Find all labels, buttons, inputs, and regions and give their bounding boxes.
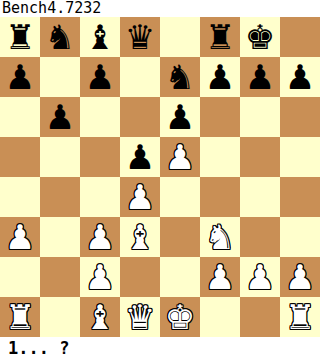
square-f6[interactable]: [200, 97, 240, 137]
square-e4[interactable]: [160, 177, 200, 217]
square-e6[interactable]: ♟: [160, 97, 200, 137]
square-c5[interactable]: [80, 137, 120, 177]
square-d7[interactable]: [120, 57, 160, 97]
square-f3[interactable]: ♞: [200, 217, 240, 257]
square-b7[interactable]: [40, 57, 80, 97]
square-b2[interactable]: [40, 257, 80, 297]
white-pawn: ♟: [125, 177, 155, 217]
square-c7[interactable]: ♟: [80, 57, 120, 97]
square-c2[interactable]: ♟: [80, 257, 120, 297]
square-c3[interactable]: ♟: [80, 217, 120, 257]
square-d1[interactable]: ♛: [120, 297, 160, 337]
square-a1[interactable]: ♜: [0, 297, 40, 337]
black-bishop: ♝: [85, 17, 115, 57]
move-prompt: 1... ?: [8, 338, 69, 358]
square-f8[interactable]: ♜: [200, 17, 240, 57]
square-c6[interactable]: [80, 97, 120, 137]
square-g8[interactable]: ♚: [240, 17, 280, 57]
square-h1[interactable]: ♜: [280, 297, 320, 337]
square-g6[interactable]: [240, 97, 280, 137]
square-e2[interactable]: [160, 257, 200, 297]
white-rook: ♜: [5, 297, 35, 337]
black-pawn: ♟: [245, 57, 275, 97]
black-queen: ♛: [125, 17, 155, 57]
square-d2[interactable]: [120, 257, 160, 297]
white-bishop: ♝: [125, 217, 155, 257]
square-d8[interactable]: ♛: [120, 17, 160, 57]
status-bar: 1... ?: [0, 337, 320, 360]
square-f7[interactable]: ♟: [200, 57, 240, 97]
square-d6[interactable]: [120, 97, 160, 137]
title-bar: Bench4.7232: [0, 0, 320, 17]
black-knight: ♞: [45, 17, 75, 57]
black-rook: ♜: [5, 17, 35, 57]
white-pawn: ♟: [85, 217, 115, 257]
square-f1[interactable]: [200, 297, 240, 337]
square-h2[interactable]: ♟: [280, 257, 320, 297]
square-h4[interactable]: [280, 177, 320, 217]
xboard-window: Bench4.7232 ♜♞♝♛♜♚♟♟♞♟♟♟♟♟♟♟♟♟♟♝♞♟♟♟♟♜♝♛…: [0, 0, 320, 360]
square-b8[interactable]: ♞: [40, 17, 80, 57]
square-f2[interactable]: ♟: [200, 257, 240, 297]
white-pawn: ♟: [285, 257, 315, 297]
square-h7[interactable]: ♟: [280, 57, 320, 97]
white-knight: ♞: [205, 217, 235, 257]
black-pawn: ♟: [205, 57, 235, 97]
square-a3[interactable]: ♟: [0, 217, 40, 257]
square-g7[interactable]: ♟: [240, 57, 280, 97]
square-d3[interactable]: ♝: [120, 217, 160, 257]
black-pawn: ♟: [85, 57, 115, 97]
white-pawn: ♟: [245, 257, 275, 297]
black-pawn: ♟: [5, 57, 35, 97]
black-pawn: ♟: [45, 97, 75, 137]
black-knight: ♞: [165, 57, 195, 97]
black-pawn: ♟: [125, 137, 155, 177]
square-a2[interactable]: [0, 257, 40, 297]
square-e8[interactable]: [160, 17, 200, 57]
square-g1[interactable]: [240, 297, 280, 337]
square-e7[interactable]: ♞: [160, 57, 200, 97]
black-king: ♚: [245, 17, 275, 57]
square-e1[interactable]: ♚: [160, 297, 200, 337]
square-d4[interactable]: ♟: [120, 177, 160, 217]
square-g2[interactable]: ♟: [240, 257, 280, 297]
white-bishop: ♝: [85, 297, 115, 337]
square-h5[interactable]: [280, 137, 320, 177]
white-king: ♚: [165, 297, 195, 337]
square-e3[interactable]: [160, 217, 200, 257]
square-a4[interactable]: [0, 177, 40, 217]
window-title: Bench4.7232: [2, 0, 101, 17]
white-pawn: ♟: [205, 257, 235, 297]
square-f5[interactable]: [200, 137, 240, 177]
square-f4[interactable]: [200, 177, 240, 217]
white-rook: ♜: [285, 297, 315, 337]
white-pawn: ♟: [85, 257, 115, 297]
square-c4[interactable]: [80, 177, 120, 217]
square-b6[interactable]: ♟: [40, 97, 80, 137]
square-d5[interactable]: ♟: [120, 137, 160, 177]
square-a6[interactable]: [0, 97, 40, 137]
black-pawn: ♟: [165, 97, 195, 137]
square-b1[interactable]: [40, 297, 80, 337]
square-g5[interactable]: [240, 137, 280, 177]
square-b4[interactable]: [40, 177, 80, 217]
square-b5[interactable]: [40, 137, 80, 177]
square-e5[interactable]: ♟: [160, 137, 200, 177]
chess-board[interactable]: ♜♞♝♛♜♚♟♟♞♟♟♟♟♟♟♟♟♟♟♝♞♟♟♟♟♜♝♛♚♜: [0, 17, 320, 337]
square-g4[interactable]: [240, 177, 280, 217]
square-g3[interactable]: [240, 217, 280, 257]
square-a8[interactable]: ♜: [0, 17, 40, 57]
white-pawn: ♟: [5, 217, 35, 257]
square-c8[interactable]: ♝: [80, 17, 120, 57]
square-h3[interactable]: [280, 217, 320, 257]
square-a5[interactable]: [0, 137, 40, 177]
square-b3[interactable]: [40, 217, 80, 257]
white-queen: ♛: [125, 297, 155, 337]
black-pawn: ♟: [285, 57, 315, 97]
square-h6[interactable]: [280, 97, 320, 137]
square-h8[interactable]: [280, 17, 320, 57]
square-a7[interactable]: ♟: [0, 57, 40, 97]
black-rook: ♜: [205, 17, 235, 57]
square-c1[interactable]: ♝: [80, 297, 120, 337]
white-pawn: ♟: [165, 137, 195, 177]
